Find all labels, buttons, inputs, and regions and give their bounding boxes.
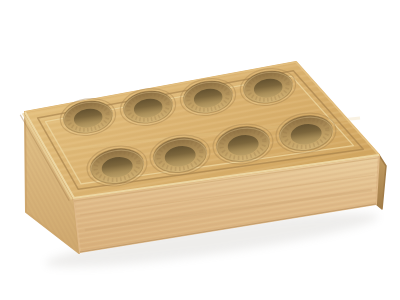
wooden-stand-illustration (0, 0, 400, 300)
product-photo (0, 0, 400, 300)
